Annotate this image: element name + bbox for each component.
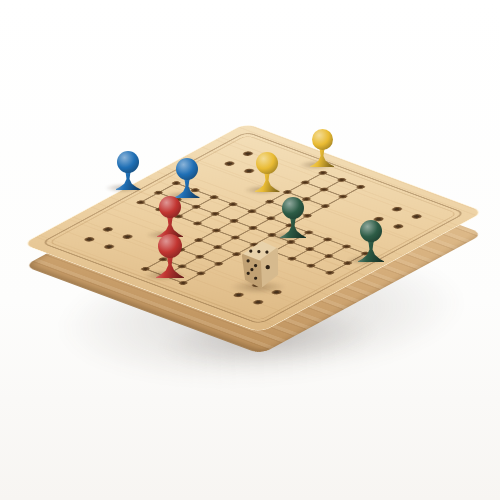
pawn-yellow-2[interactable]: [310, 129, 334, 167]
pawn-head: [360, 220, 382, 242]
pawn-green-1[interactable]: [280, 197, 306, 238]
wooden-die[interactable]: [234, 238, 282, 292]
die-faces: [234, 238, 282, 292]
pawn-yellow-1[interactable]: [255, 152, 280, 192]
pawn-head: [282, 197, 304, 219]
pawn-green-2[interactable]: [358, 220, 384, 262]
product-photo-scene: [0, 0, 500, 500]
pieces-layer: [0, 0, 500, 500]
pawn-head: [176, 158, 198, 180]
pawn-blue-2[interactable]: [175, 158, 200, 198]
pawn-head: [256, 152, 278, 174]
pawn-head: [158, 234, 182, 258]
pawn-head: [159, 196, 181, 218]
pawn-red-1[interactable]: [157, 196, 183, 237]
pawn-head: [117, 151, 139, 173]
pawn-blue-1[interactable]: [116, 151, 141, 190]
pawn-head: [312, 129, 333, 150]
pawn-red-2[interactable]: [156, 234, 184, 278]
